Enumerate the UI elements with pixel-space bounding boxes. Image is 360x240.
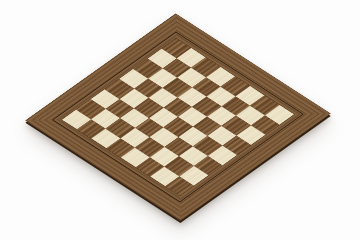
photo-background [0,0,360,240]
chess-board [25,13,330,220]
board-grid [62,38,294,195]
